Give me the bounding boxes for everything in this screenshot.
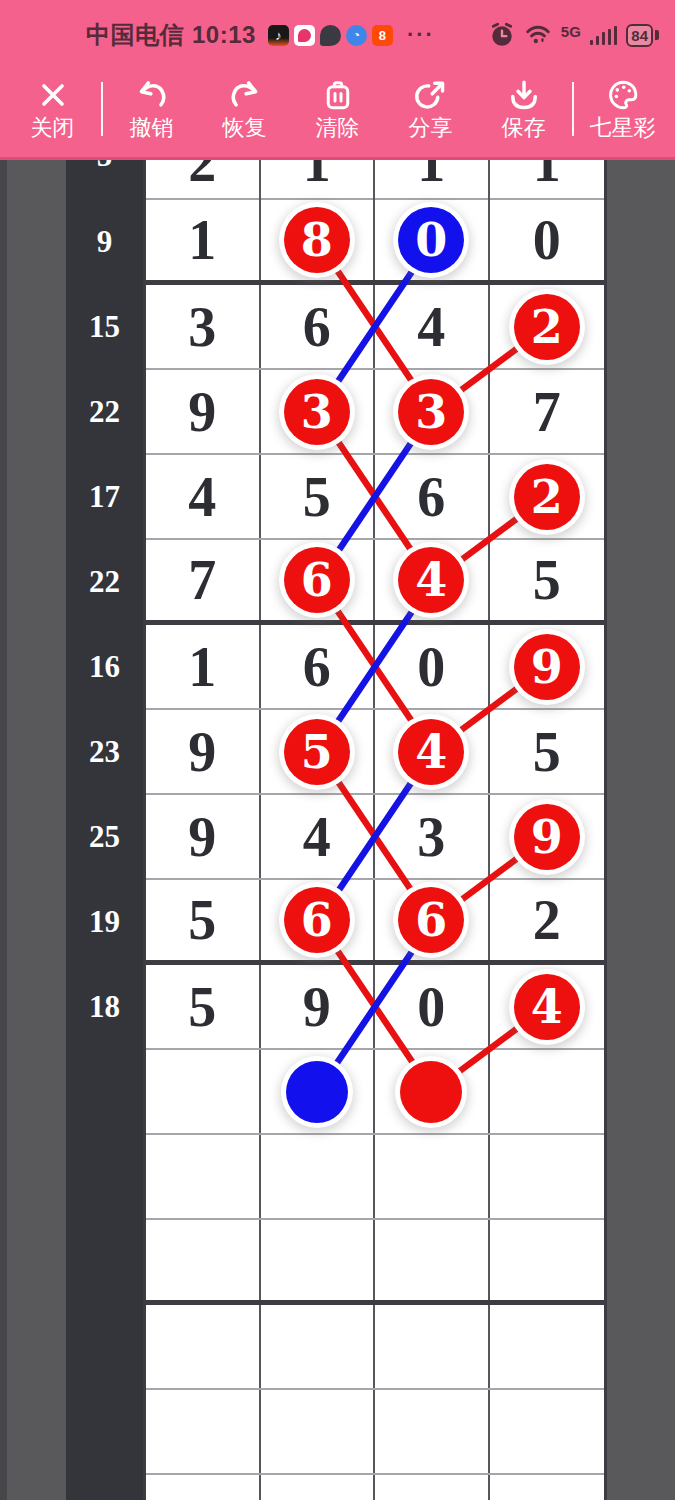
trend-row: 5662 [146,880,604,965]
blue-endpoint-dot[interactable] [286,1061,348,1123]
cell-r5c0[interactable]: 7 [146,540,261,620]
clock-time: 10:13 [192,21,256,49]
share-label: 分享 [409,116,453,140]
cell-r16c3[interactable] [490,1475,605,1500]
cell-r3c3[interactable]: 7 [490,370,605,453]
douyin-icon: ♪ [268,25,289,46]
battery-icon: 84 [626,24,659,47]
number: 5 [533,552,561,608]
toolbar-divider [572,82,574,136]
cell-r9c1[interactable]: 6 [261,880,376,960]
redo-label: 恢复 [223,116,267,140]
cell-r2c0[interactable]: 3 [146,285,261,368]
trend-row [146,1390,604,1475]
number: 5 [188,979,216,1035]
trend-row: 5904 [146,965,604,1050]
red-circled-number[interactable]: 9 [514,634,580,700]
red-circled-number[interactable]: 2 [514,294,580,360]
cell-r15c0[interactable] [146,1390,261,1473]
more-notifications-dots: ··· [407,22,435,48]
row-label: 22 [89,394,120,430]
cell-r7c1[interactable]: 5 [261,710,376,793]
cell-r7c0[interactable]: 9 [146,710,261,793]
row-label: 25 [89,819,120,855]
carrier-label: 中国电信 [86,19,184,51]
cell-r12c2[interactable] [375,1135,490,1218]
cell-r11c0[interactable] [146,1050,261,1133]
red-circled-number[interactable]: 4 [398,547,464,613]
number: 3 [188,299,216,355]
red-circled-number[interactable]: 3 [284,379,350,445]
trend-row: 1609 [146,625,604,710]
kuaishou-icon: 8 [372,25,393,46]
red-circled-number[interactable]: 4 [514,974,580,1040]
undo-button[interactable]: 撤销 [105,77,198,140]
cell-r6c0[interactable]: 1 [146,625,261,708]
cell-r4c3[interactable]: 2 [490,455,605,538]
alarm-clock-icon [489,22,515,48]
share-icon [413,77,449,113]
cell-r15c1[interactable] [261,1390,376,1473]
network-type-label: 5G [561,23,581,40]
left-edge-strip [0,160,7,1500]
number: 6 [417,469,445,525]
close-icon [35,77,71,113]
number: 5 [188,892,216,948]
number: 5 [303,469,331,525]
number: 5 [533,724,561,780]
save-download-icon [506,77,542,113]
row-label: 16 [89,649,120,685]
number: 1 [188,639,216,695]
trend-row [146,1220,604,1305]
cell-r6c3[interactable]: 9 [490,625,605,708]
cell-r1c2[interactable]: 0 [375,200,490,280]
cell-r2c1[interactable]: 6 [261,285,376,368]
cell-r1c1[interactable]: 8 [261,200,376,280]
row-label: 18 [89,989,120,1025]
palette-icon [605,77,641,113]
trend-row: 3642 [146,285,604,370]
drawing-toolbar: 关闭 撤销 恢复 清除 分享 [0,64,675,160]
trash-icon [320,77,356,113]
wifi-icon [524,22,552,48]
cell-r4c0[interactable]: 4 [146,455,261,538]
cell-r8c3[interactable]: 9 [490,795,605,878]
cell-r1c3[interactable]: 0 [490,200,605,280]
red-circled-number[interactable]: 3 [398,379,464,445]
row-label-column: 59152217221623251918 [66,160,143,1500]
number: 1 [533,160,561,190]
cell-r4c1[interactable]: 5 [261,455,376,538]
number: 4 [303,809,331,865]
trend-row: 9545 [146,710,604,795]
cell-r7c3[interactable]: 5 [490,710,605,793]
game-type-label: 七星彩 [590,116,656,140]
number: 9 [188,724,216,780]
cell-r12c0[interactable] [146,1135,261,1218]
status-bar: 中国电信 10:13 ♪ ◔ 8 ··· 5G 84 [0,0,675,64]
cell-r11c1[interactable] [261,1050,376,1133]
cell-r11c2[interactable] [375,1050,490,1133]
trend-row [146,1475,604,1500]
cell-r6c1[interactable]: 6 [261,625,376,708]
number: 7 [188,552,216,608]
number: 1 [417,160,445,190]
cell-r10c0[interactable]: 5 [146,965,261,1048]
cell-r13c3[interactable] [490,1220,605,1300]
cell-r6c2[interactable]: 0 [375,625,490,708]
toolbar-divider [101,82,103,136]
cell-r12c3[interactable] [490,1135,605,1218]
number: 0 [417,979,445,1035]
row-label: 22 [89,564,120,600]
cell-r14c3[interactable] [490,1305,605,1388]
cell-r10c2[interactable]: 0 [375,965,490,1048]
red-circled-number[interactable]: 6 [398,887,464,953]
cell-r5c3[interactable]: 5 [490,540,605,620]
cell-r9c2[interactable]: 6 [375,880,490,960]
number: 4 [188,469,216,525]
red-circled-number[interactable]: 4 [398,719,464,785]
redo-button[interactable]: 恢复 [198,77,291,140]
cell-r11c3[interactable] [490,1050,605,1133]
cell-r2c2[interactable]: 4 [375,285,490,368]
cell-r12c1[interactable] [261,1135,376,1218]
compass-browser-icon: ◔ [346,25,367,46]
redo-icon [227,77,263,113]
number: 6 [303,299,331,355]
cell-r8c0[interactable]: 9 [146,795,261,878]
number: 9 [188,809,216,865]
cell-r7c2[interactable]: 4 [375,710,490,793]
row-label: 19 [89,904,120,940]
share-button[interactable]: 分享 [384,77,477,140]
notification-app-icons: ♪ ◔ 8 [268,25,393,46]
trend-row: 4562 [146,455,604,540]
red-circled-number[interactable]: 2 [514,464,580,530]
blue-circled-number[interactable]: 0 [398,207,464,273]
trend-row: 1800 [146,200,604,285]
red-circled-number[interactable]: 9 [514,804,580,870]
save-label: 保存 [502,116,546,140]
trend-row [146,1305,604,1390]
number: 2 [533,892,561,948]
close-button[interactable]: 关闭 [6,77,99,140]
clear-label: 清除 [316,116,360,140]
number: 0 [417,639,445,695]
cell-r14c0[interactable] [146,1305,261,1388]
number: 1 [188,212,216,268]
cell-r14c1[interactable] [261,1305,376,1388]
trend-row: 9439 [146,795,604,880]
number: 4 [417,299,445,355]
number: 2 [188,160,216,190]
number: 9 [188,384,216,440]
number: 1 [303,160,331,190]
number: 7 [533,384,561,440]
cell-r3c2[interactable]: 3 [375,370,490,453]
cell-r8c1[interactable]: 4 [261,795,376,878]
cell-r13c1[interactable] [261,1220,376,1300]
clear-button[interactable]: 清除 [291,77,384,140]
cell-r3c1[interactable]: 3 [261,370,376,453]
trend-row: 2111 [146,160,604,200]
cell-r8c2[interactable]: 3 [375,795,490,878]
cell-r5c2[interactable]: 4 [375,540,490,620]
battery-percent: 84 [626,24,653,47]
cell-r15c3[interactable] [490,1390,605,1473]
row-label: 15 [89,309,120,345]
cell-r14c2[interactable] [375,1305,490,1388]
trend-row: 7645 [146,540,604,625]
close-label: 关闭 [31,116,75,140]
game-type-button[interactable]: 七星彩 [576,77,669,140]
red-endpoint-dot[interactable] [400,1061,462,1123]
trend-row [146,1135,604,1220]
row-label: 5 [97,160,113,174]
undo-label: 撤销 [130,116,174,140]
cell-r13c2[interactable] [375,1220,490,1300]
number: 3 [417,809,445,865]
number-grid[interactable]: 2111180036429337456276451609954594395662… [143,160,607,1500]
red-circled-number[interactable]: 5 [284,719,350,785]
trend-row: 9337 [146,370,604,455]
row-label: 9 [97,224,113,260]
row-label: 23 [89,734,120,770]
red-circled-number[interactable]: 8 [284,207,350,273]
number: 0 [533,212,561,268]
bird-app-icon [294,25,315,46]
cell-r3c0[interactable]: 9 [146,370,261,453]
cell-r10c1[interactable]: 9 [261,965,376,1048]
cell-r5c1[interactable]: 6 [261,540,376,620]
cell-r9c3[interactable]: 2 [490,880,605,960]
cell-r15c2[interactable] [375,1390,490,1473]
cell-r16c1[interactable] [261,1475,376,1500]
number: 9 [303,979,331,1035]
red-circled-number[interactable]: 6 [284,547,350,613]
number: 6 [303,639,331,695]
row-label: 17 [89,479,120,515]
cell-r16c0[interactable] [146,1475,261,1500]
cell-r2c3[interactable]: 2 [490,285,605,368]
cell-r9c0[interactable]: 5 [146,880,261,960]
cell-r4c2[interactable]: 6 [375,455,490,538]
chat-bubble-icon [320,25,341,46]
cell-r1c0[interactable]: 1 [146,200,261,280]
cell-r10c3[interactable]: 4 [490,965,605,1048]
cell-r16c2[interactable] [375,1475,490,1500]
undo-icon [134,77,170,113]
trend-board[interactable]: 59152217221623251918 2111180036429337456… [0,160,675,1500]
trend-row [146,1050,604,1135]
red-circled-number[interactable]: 6 [284,887,350,953]
save-button[interactable]: 保存 [477,77,570,140]
signal-bars-icon [590,25,618,45]
cell-r13c0[interactable] [146,1220,261,1300]
